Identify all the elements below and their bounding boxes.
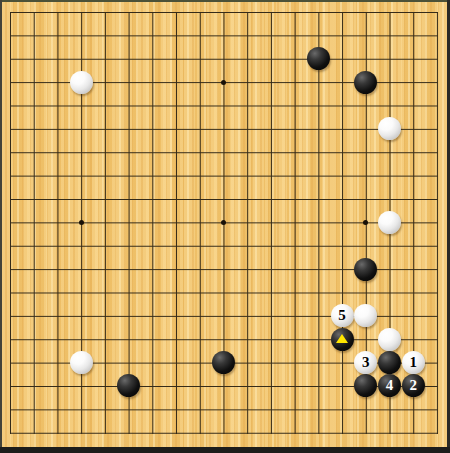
intersection-jk[interactable] [212, 234, 236, 257]
intersection-el[interactable] [93, 257, 117, 280]
intersection-ld[interactable] [259, 70, 283, 93]
intersection-ca[interactable] [46, 0, 70, 23]
intersection-so[interactable] [425, 328, 449, 351]
intersection-kh[interactable] [235, 164, 259, 187]
intersection-ja[interactable] [212, 0, 236, 23]
intersection-qi[interactable] [378, 187, 402, 210]
intersection-mg[interactable] [283, 141, 307, 164]
intersection-ii[interactable] [188, 187, 212, 210]
intersection-gh[interactable] [140, 164, 164, 187]
intersection-hn[interactable] [164, 304, 188, 327]
intersection-gq[interactable] [140, 374, 164, 397]
intersection-la[interactable] [259, 0, 283, 23]
intersection-ag[interactable] [0, 141, 22, 164]
intersection-eb[interactable] [93, 24, 117, 47]
intersection-mm[interactable] [283, 281, 307, 304]
intersection-ok[interactable] [330, 234, 354, 257]
intersection-he[interactable] [164, 94, 188, 117]
intersection-mr[interactable] [283, 398, 307, 421]
intersection-cg[interactable] [46, 141, 70, 164]
intersection-rl[interactable] [401, 257, 425, 280]
intersection-bs[interactable] [22, 421, 46, 444]
intersection-og[interactable] [330, 141, 354, 164]
intersection-rf[interactable] [401, 117, 425, 140]
intersection-dk[interactable] [69, 234, 93, 257]
intersection-qe[interactable] [378, 94, 402, 117]
intersection-co[interactable] [46, 328, 70, 351]
intersection-ig[interactable] [188, 141, 212, 164]
intersection-jg[interactable] [212, 141, 236, 164]
intersection-eo[interactable] [93, 328, 117, 351]
intersection-fj[interactable] [117, 211, 141, 234]
intersection-kg[interactable] [235, 141, 259, 164]
intersection-li[interactable] [259, 187, 283, 210]
intersection-gf[interactable] [140, 117, 164, 140]
intersection-ck[interactable] [46, 234, 70, 257]
intersection-sd[interactable] [425, 70, 449, 93]
intersection-ri[interactable] [401, 187, 425, 210]
intersection-pn[interactable] [354, 304, 378, 327]
intersection-nm[interactable] [306, 281, 330, 304]
intersection-sg[interactable] [425, 141, 449, 164]
intersection-bh[interactable] [22, 164, 46, 187]
intersection-pb[interactable] [354, 24, 378, 47]
intersection-di[interactable] [69, 187, 93, 210]
intersection-hq[interactable] [164, 374, 188, 397]
intersection-ml[interactable] [283, 257, 307, 280]
intersection-jb[interactable] [212, 24, 236, 47]
intersection-sf[interactable] [425, 117, 449, 140]
intersection-oe[interactable] [330, 94, 354, 117]
intersection-mn[interactable] [283, 304, 307, 327]
intersection-ac[interactable] [0, 47, 22, 70]
intersection-ps[interactable] [354, 421, 378, 444]
intersection-qf[interactable] [378, 117, 402, 140]
intersection-mi[interactable] [283, 187, 307, 210]
intersection-ge[interactable] [140, 94, 164, 117]
intersection-ia[interactable] [188, 0, 212, 23]
intersection-dm[interactable] [69, 281, 93, 304]
intersection-de[interactable] [69, 94, 93, 117]
intersection-qh[interactable] [378, 164, 402, 187]
intersection-kj[interactable] [235, 211, 259, 234]
intersection-cp[interactable] [46, 351, 70, 374]
intersection-pf[interactable] [354, 117, 378, 140]
intersection-hl[interactable] [164, 257, 188, 280]
intersection-eh[interactable] [93, 164, 117, 187]
intersection-ks[interactable] [235, 421, 259, 444]
intersection-ol[interactable] [330, 257, 354, 280]
intersection-nf[interactable] [306, 117, 330, 140]
intersection-le[interactable] [259, 94, 283, 117]
intersection-ib[interactable] [188, 24, 212, 47]
intersection-cs[interactable] [46, 421, 70, 444]
intersection-do[interactable] [69, 328, 93, 351]
intersection-op[interactable] [330, 351, 354, 374]
intersection-nr[interactable] [306, 398, 330, 421]
intersection-mo[interactable] [283, 328, 307, 351]
intersection-ji[interactable] [212, 187, 236, 210]
intersection-qd[interactable] [378, 70, 402, 93]
intersection-lb[interactable] [259, 24, 283, 47]
intersection-ko[interactable] [235, 328, 259, 351]
intersection-am[interactable] [0, 281, 22, 304]
intersection-fm[interactable] [117, 281, 141, 304]
intersection-gm[interactable] [140, 281, 164, 304]
intersection-je[interactable] [212, 94, 236, 117]
intersection-kf[interactable] [235, 117, 259, 140]
intersection-cd[interactable] [46, 70, 70, 93]
intersection-kp[interactable] [235, 351, 259, 374]
intersection-pp[interactable]: 3 [354, 351, 378, 374]
intersection-nj[interactable] [306, 211, 330, 234]
intersection-rp[interactable]: 1 [401, 351, 425, 374]
intersection-rb[interactable] [401, 24, 425, 47]
intersection-ad[interactable] [0, 70, 22, 93]
intersection-gg[interactable] [140, 141, 164, 164]
intersection-lq[interactable] [259, 374, 283, 397]
intersection-kq[interactable] [235, 374, 259, 397]
intersection-fr[interactable] [117, 398, 141, 421]
intersection-an[interactable] [0, 304, 22, 327]
intersection-pr[interactable] [354, 398, 378, 421]
intersection-ik[interactable] [188, 234, 212, 257]
intersection-kb[interactable] [235, 24, 259, 47]
intersection-fk[interactable] [117, 234, 141, 257]
intersection-rh[interactable] [401, 164, 425, 187]
intersection-dp[interactable] [69, 351, 93, 374]
intersection-fn[interactable] [117, 304, 141, 327]
intersection-mc[interactable] [283, 47, 307, 70]
intersection-md[interactable] [283, 70, 307, 93]
intersection-fe[interactable] [117, 94, 141, 117]
intersection-qs[interactable] [378, 421, 402, 444]
intersection-cm[interactable] [46, 281, 70, 304]
intersection-in[interactable] [188, 304, 212, 327]
intersection-qp[interactable] [378, 351, 402, 374]
intersection-db[interactable] [69, 24, 93, 47]
intersection-jn[interactable] [212, 304, 236, 327]
intersection-gl[interactable] [140, 257, 164, 280]
intersection-kd[interactable] [235, 70, 259, 93]
intersection-mb[interactable] [283, 24, 307, 47]
intersection-cj[interactable] [46, 211, 70, 234]
intersection-ae[interactable] [0, 94, 22, 117]
intersection-lr[interactable] [259, 398, 283, 421]
intersection-hm[interactable] [164, 281, 188, 304]
intersection-hc[interactable] [164, 47, 188, 70]
intersection-oa[interactable] [330, 0, 354, 23]
intersection-pk[interactable] [354, 234, 378, 257]
intersection-sa[interactable] [425, 0, 449, 23]
intersection-fg[interactable] [117, 141, 141, 164]
intersection-hf[interactable] [164, 117, 188, 140]
intersection-oj[interactable] [330, 211, 354, 234]
intersection-cf[interactable] [46, 117, 70, 140]
intersection-aj[interactable] [0, 211, 22, 234]
intersection-on[interactable]: 5 [330, 304, 354, 327]
intersection-lm[interactable] [259, 281, 283, 304]
intersection-hj[interactable] [164, 211, 188, 234]
intersection-ef[interactable] [93, 117, 117, 140]
intersection-fd[interactable] [117, 70, 141, 93]
intersection-ba[interactable] [22, 0, 46, 23]
intersection-gs[interactable] [140, 421, 164, 444]
intersection-sm[interactable] [425, 281, 449, 304]
intersection-rj[interactable] [401, 211, 425, 234]
intersection-mj[interactable] [283, 211, 307, 234]
intersection-ha[interactable] [164, 0, 188, 23]
intersection-aa[interactable] [0, 0, 22, 23]
intersection-mf[interactable] [283, 117, 307, 140]
intersection-fa[interactable] [117, 0, 141, 23]
intersection-eg[interactable] [93, 141, 117, 164]
intersection-sp[interactable] [425, 351, 449, 374]
intersection-im[interactable] [188, 281, 212, 304]
intersection-rs[interactable] [401, 421, 425, 444]
intersection-ni[interactable] [306, 187, 330, 210]
intersection-il[interactable] [188, 257, 212, 280]
intersection-io[interactable] [188, 328, 212, 351]
intersection-od[interactable] [330, 70, 354, 93]
intersection-pg[interactable] [354, 141, 378, 164]
intersection-ns[interactable] [306, 421, 330, 444]
intersection-ki[interactable] [235, 187, 259, 210]
intersection-ob[interactable] [330, 24, 354, 47]
intersection-id[interactable] [188, 70, 212, 93]
intersection-bg[interactable] [22, 141, 46, 164]
intersection-nk[interactable] [306, 234, 330, 257]
intersection-js[interactable] [212, 421, 236, 444]
intersection-oq[interactable] [330, 374, 354, 397]
intersection-is[interactable] [188, 421, 212, 444]
intersection-jf[interactable] [212, 117, 236, 140]
intersection-gb[interactable] [140, 24, 164, 47]
intersection-cb[interactable] [46, 24, 70, 47]
intersection-ng[interactable] [306, 141, 330, 164]
intersection-dr[interactable] [69, 398, 93, 421]
intersection-fb[interactable] [117, 24, 141, 47]
intersection-eq[interactable] [93, 374, 117, 397]
intersection-ip[interactable] [188, 351, 212, 374]
intersection-mq[interactable] [283, 374, 307, 397]
intersection-bi[interactable] [22, 187, 46, 210]
intersection-ma[interactable] [283, 0, 307, 23]
intersection-re[interactable] [401, 94, 425, 117]
intersection-ed[interactable] [93, 70, 117, 93]
intersection-qn[interactable] [378, 304, 402, 327]
intersection-pq[interactable] [354, 374, 378, 397]
intersection-lk[interactable] [259, 234, 283, 257]
intersection-dg[interactable] [69, 141, 93, 164]
intersection-qm[interactable] [378, 281, 402, 304]
intersection-bq[interactable] [22, 374, 46, 397]
intersection-ee[interactable] [93, 94, 117, 117]
intersection-bj[interactable] [22, 211, 46, 234]
intersection-nb[interactable] [306, 24, 330, 47]
intersection-bd[interactable] [22, 70, 46, 93]
intersection-ln[interactable] [259, 304, 283, 327]
intersection-fo[interactable] [117, 328, 141, 351]
intersection-dj[interactable] [69, 211, 93, 234]
intersection-jp[interactable] [212, 351, 236, 374]
intersection-cr[interactable] [46, 398, 70, 421]
intersection-gj[interactable] [140, 211, 164, 234]
intersection-bo[interactable] [22, 328, 46, 351]
intersection-gp[interactable] [140, 351, 164, 374]
intersection-dh[interactable] [69, 164, 93, 187]
intersection-bp[interactable] [22, 351, 46, 374]
intersection-pa[interactable] [354, 0, 378, 23]
intersection-sl[interactable] [425, 257, 449, 280]
intersection-ai[interactable] [0, 187, 22, 210]
intersection-ir[interactable] [188, 398, 212, 421]
intersection-rm[interactable] [401, 281, 425, 304]
intersection-lo[interactable] [259, 328, 283, 351]
intersection-hk[interactable] [164, 234, 188, 257]
intersection-iq[interactable] [188, 374, 212, 397]
intersection-rq[interactable]: 2 [401, 374, 425, 397]
intersection-ql[interactable] [378, 257, 402, 280]
intersection-pl[interactable] [354, 257, 378, 280]
intersection-nh[interactable] [306, 164, 330, 187]
intersection-ho[interactable] [164, 328, 188, 351]
intersection-ph[interactable] [354, 164, 378, 187]
intersection-ci[interactable] [46, 187, 70, 210]
intersection-ab[interactable] [0, 24, 22, 47]
intersection-hg[interactable] [164, 141, 188, 164]
intersection-hb[interactable] [164, 24, 188, 47]
intersection-ek[interactable] [93, 234, 117, 257]
intersection-bn[interactable] [22, 304, 46, 327]
intersection-ap[interactable] [0, 351, 22, 374]
intersection-ga[interactable] [140, 0, 164, 23]
intersection-fl[interactable] [117, 257, 141, 280]
intersection-pc[interactable] [354, 47, 378, 70]
intersection-si[interactable] [425, 187, 449, 210]
intersection-jr[interactable] [212, 398, 236, 421]
intersection-gr[interactable] [140, 398, 164, 421]
intersection-ah[interactable] [0, 164, 22, 187]
intersection-ej[interactable] [93, 211, 117, 234]
intersection-po[interactable] [354, 328, 378, 351]
intersection-dc[interactable] [69, 47, 93, 70]
intersection-jj[interactable] [212, 211, 236, 234]
intersection-lg[interactable] [259, 141, 283, 164]
intersection-qg[interactable] [378, 141, 402, 164]
intersection-qb[interactable] [378, 24, 402, 47]
intersection-gi[interactable] [140, 187, 164, 210]
intersection-qk[interactable] [378, 234, 402, 257]
intersection-hh[interactable] [164, 164, 188, 187]
intersection-rd[interactable] [401, 70, 425, 93]
intersection-nc[interactable] [306, 47, 330, 70]
intersection-kn[interactable] [235, 304, 259, 327]
intersection-qo[interactable] [378, 328, 402, 351]
intersection-cl[interactable] [46, 257, 70, 280]
intersection-go[interactable] [140, 328, 164, 351]
intersection-ao[interactable] [0, 328, 22, 351]
intersection-jl[interactable] [212, 257, 236, 280]
intersection-se[interactable] [425, 94, 449, 117]
intersection-km[interactable] [235, 281, 259, 304]
intersection-jh[interactable] [212, 164, 236, 187]
intersection-hi[interactable] [164, 187, 188, 210]
intersection-jq[interactable] [212, 374, 236, 397]
intersection-kk[interactable] [235, 234, 259, 257]
intersection-df[interactable] [69, 117, 93, 140]
intersection-be[interactable] [22, 94, 46, 117]
intersection-no[interactable] [306, 328, 330, 351]
intersection-pj[interactable] [354, 211, 378, 234]
intersection-rk[interactable] [401, 234, 425, 257]
intersection-ak[interactable] [0, 234, 22, 257]
intersection-ds[interactable] [69, 421, 93, 444]
intersection-en[interactable] [93, 304, 117, 327]
intersection-qr[interactable] [378, 398, 402, 421]
intersection-sr[interactable] [425, 398, 449, 421]
intersection-rc[interactable] [401, 47, 425, 70]
intersection-gc[interactable] [140, 47, 164, 70]
intersection-qj[interactable] [378, 211, 402, 234]
intersection-om[interactable] [330, 281, 354, 304]
intersection-dq[interactable] [69, 374, 93, 397]
intersection-lp[interactable] [259, 351, 283, 374]
intersection-bb[interactable] [22, 24, 46, 47]
intersection-dn[interactable] [69, 304, 93, 327]
intersection-bc[interactable] [22, 47, 46, 70]
intersection-rr[interactable] [401, 398, 425, 421]
intersection-sc[interactable] [425, 47, 449, 70]
intersection-ec[interactable] [93, 47, 117, 70]
intersection-kr[interactable] [235, 398, 259, 421]
intersection-af[interactable] [0, 117, 22, 140]
intersection-bf[interactable] [22, 117, 46, 140]
intersection-bk[interactable] [22, 234, 46, 257]
intersection-sh[interactable] [425, 164, 449, 187]
intersection-mp[interactable] [283, 351, 307, 374]
intersection-fi[interactable] [117, 187, 141, 210]
intersection-ih[interactable] [188, 164, 212, 187]
intersection-nd[interactable] [306, 70, 330, 93]
intersection-da[interactable] [69, 0, 93, 23]
intersection-gd[interactable] [140, 70, 164, 93]
intersection-es[interactable] [93, 421, 117, 444]
intersection-fc[interactable] [117, 47, 141, 70]
intersection-qa[interactable] [378, 0, 402, 23]
intersection-as[interactable] [0, 421, 22, 444]
board-intersections[interactable]: 53142 [0, 0, 449, 444]
intersection-na[interactable] [306, 0, 330, 23]
intersection-pd[interactable] [354, 70, 378, 93]
intersection-hs[interactable] [164, 421, 188, 444]
intersection-sn[interactable] [425, 304, 449, 327]
intersection-rn[interactable] [401, 304, 425, 327]
intersection-ff[interactable] [117, 117, 141, 140]
intersection-jc[interactable] [212, 47, 236, 70]
intersection-kl[interactable] [235, 257, 259, 280]
intersection-lh[interactable] [259, 164, 283, 187]
intersection-ka[interactable] [235, 0, 259, 23]
intersection-bm[interactable] [22, 281, 46, 304]
intersection-lj[interactable] [259, 211, 283, 234]
intersection-hr[interactable] [164, 398, 188, 421]
intersection-ke[interactable] [235, 94, 259, 117]
intersection-dl[interactable] [69, 257, 93, 280]
intersection-aq[interactable] [0, 374, 22, 397]
intersection-ei[interactable] [93, 187, 117, 210]
intersection-nn[interactable] [306, 304, 330, 327]
